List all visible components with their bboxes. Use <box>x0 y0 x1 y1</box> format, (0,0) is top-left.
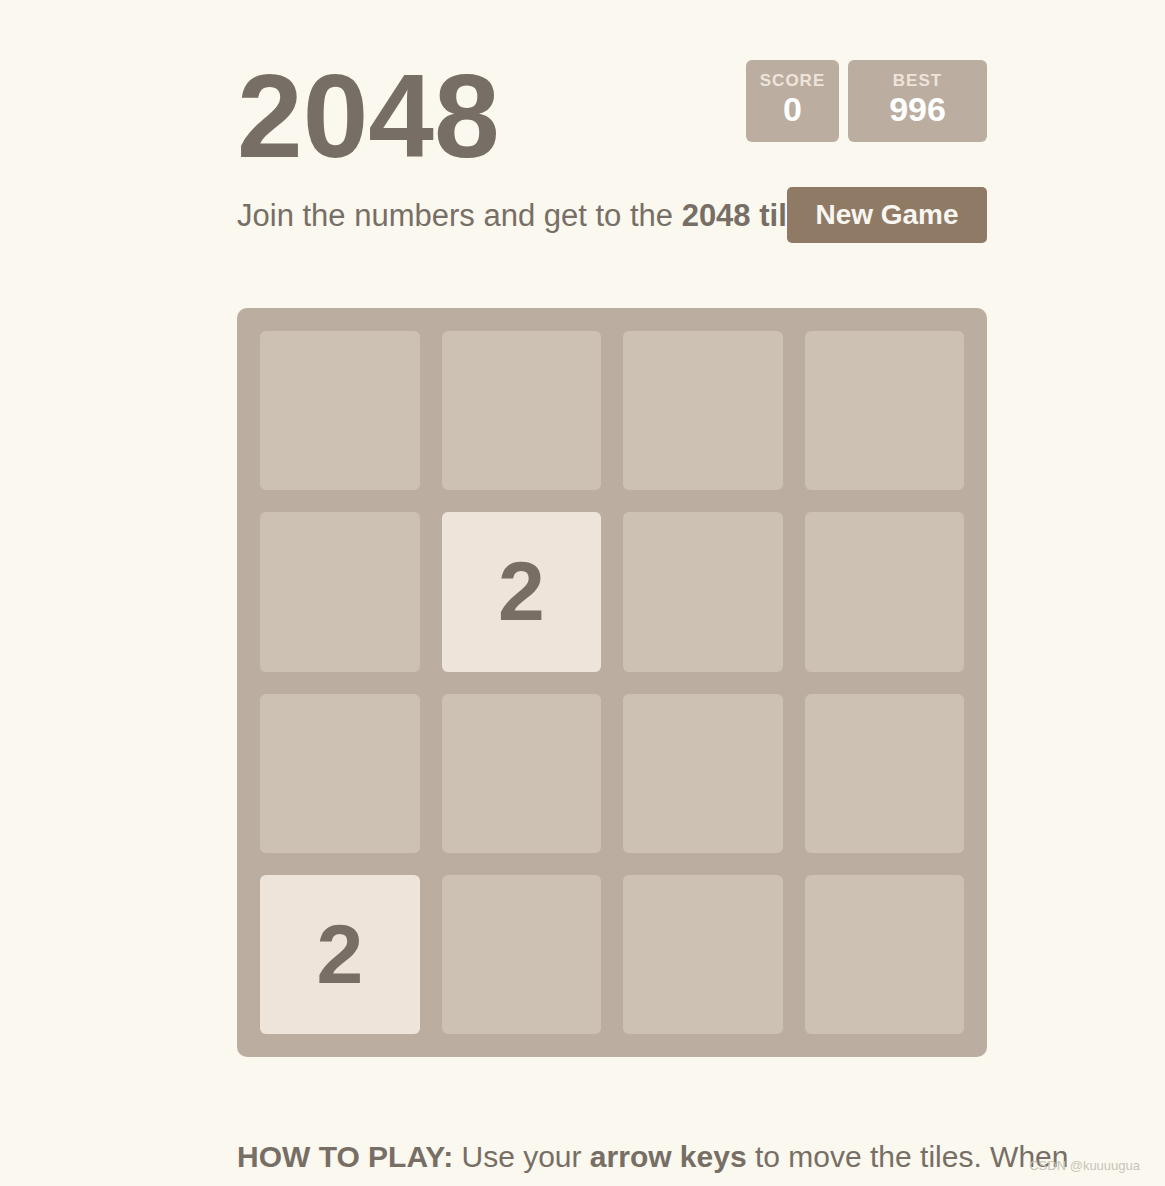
new-game-button[interactable]: New Game <box>787 187 987 243</box>
howto-bold-2: arrow keys <box>590 1140 747 1173</box>
intro-text: Join the numbers and get to the 2048 til… <box>237 197 814 234</box>
empty-cell <box>623 875 783 1034</box>
empty-cell <box>260 694 420 853</box>
game-title: 2048 <box>237 57 500 175</box>
content-column: 2048 SCORE 0 BEST 996 Join the numbers a… <box>237 0 987 1186</box>
tile-2: 2 <box>260 875 420 1034</box>
score-label: SCORE <box>746 71 839 91</box>
best-value: 996 <box>848 91 987 128</box>
score-value: 0 <box>746 91 839 128</box>
howto-bold-1: HOW TO PLAY: <box>237 1140 453 1173</box>
empty-cell <box>805 694 965 853</box>
page: 2048 SCORE 0 BEST 996 Join the numbers a… <box>0 0 1165 1186</box>
watermark: CSDN @kuuuugua <box>1029 1158 1140 1173</box>
howto-text-2: to move the tiles. When <box>747 1140 1069 1173</box>
empty-cell <box>623 694 783 853</box>
intro-text-normal: Join the numbers and get to the <box>237 198 682 233</box>
empty-cell <box>260 512 420 671</box>
grid-cell: 2 <box>260 875 420 1034</box>
empty-cell <box>805 512 965 671</box>
best-label: BEST <box>848 71 987 91</box>
empty-cell <box>442 694 602 853</box>
empty-cell <box>623 512 783 671</box>
best-box: BEST 996 <box>848 60 987 142</box>
score-box: SCORE 0 <box>746 60 839 142</box>
how-to-play-text: HOW TO PLAY: Use your arrow keys to move… <box>237 1139 1068 1175</box>
tile-2: 2 <box>442 512 602 671</box>
howto-text-1: Use your <box>453 1140 590 1173</box>
empty-cell <box>260 331 420 490</box>
score-panel: SCORE 0 BEST 996 <box>746 60 987 142</box>
empty-cell <box>442 875 602 1034</box>
empty-cell <box>442 331 602 490</box>
grid-cell: 2 <box>442 512 602 671</box>
game-board[interactable]: 22 <box>237 308 987 1057</box>
empty-cell <box>805 331 965 490</box>
empty-cell <box>623 331 783 490</box>
empty-cell <box>805 875 965 1034</box>
